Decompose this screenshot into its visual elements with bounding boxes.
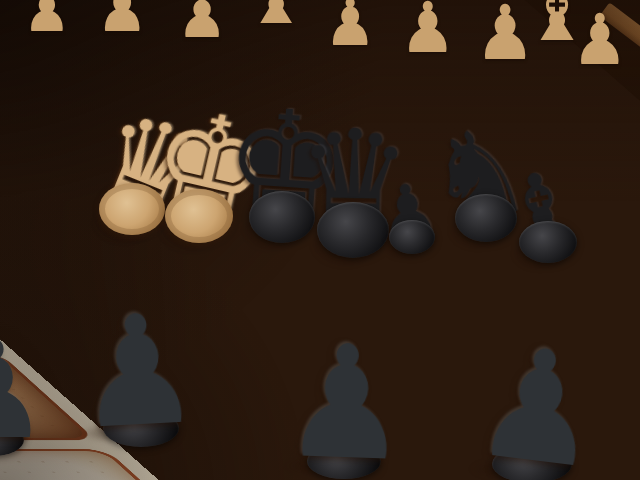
piece-shadow xyxy=(0,431,6,459)
white-pawn-piece: ♟ xyxy=(17,0,76,42)
white-pawn-piece: ♟ xyxy=(171,0,234,48)
black-pawn-piece: ♟ xyxy=(73,296,209,448)
white-pawn-piece: ♟ xyxy=(467,0,542,72)
black-king-piece: ♚ xyxy=(201,60,362,240)
piece-base xyxy=(519,221,577,263)
white-king-piece: ♚ xyxy=(122,66,276,238)
white-queen-piece: ♛ xyxy=(63,74,202,229)
piece-base xyxy=(165,189,233,243)
piece-base xyxy=(455,194,517,242)
black-pawn-piece: ♟ xyxy=(372,159,453,249)
piece-shadow xyxy=(67,419,163,447)
white-pawn-piece: ♟ xyxy=(565,0,635,76)
piece-base xyxy=(317,202,389,258)
piece-shadow xyxy=(231,202,317,260)
white-pawn-piece: ♟ xyxy=(393,0,463,64)
piece-shadow xyxy=(374,227,434,265)
piece-base xyxy=(249,191,315,243)
chess-photo-scene: ♟♟♟♝♟♟♟♝♟♛♚♚♛♟♞♝♟♟♟♟ xyxy=(0,0,640,480)
white-bishop-piece: ♝ xyxy=(518,0,597,54)
piece-base xyxy=(103,409,179,447)
black-pawn-piece: ♟ xyxy=(274,325,414,480)
black-bishop-piece: ♝ xyxy=(496,141,600,257)
piece-shadow xyxy=(502,231,578,277)
pieces-layer: ♟♟♟♝♟♟♟♝♟♛♚♚♛♟♞♝♟♟♟♟ xyxy=(0,0,640,480)
piece-shadow xyxy=(272,452,364,480)
white-bishop-piece: ♝ xyxy=(238,0,313,36)
piece-base xyxy=(99,183,165,235)
piece-shadow xyxy=(456,455,556,480)
piece-base xyxy=(0,424,24,456)
black-pawn-piece: ♟ xyxy=(463,330,601,480)
black-pawn-piece: ♟ xyxy=(0,323,55,458)
black-knight-piece: ♞ xyxy=(419,88,553,238)
piece-shadow xyxy=(147,201,235,261)
piece-base xyxy=(492,445,572,480)
white-pawn-piece: ♟ xyxy=(318,0,383,56)
piece-base xyxy=(307,443,381,479)
piece-shadow xyxy=(81,194,167,252)
black-queen-piece: ♛ xyxy=(277,82,429,252)
white-pawn-piece: ♟ xyxy=(90,0,155,42)
piece-shadow xyxy=(298,214,392,276)
piece-shadow xyxy=(438,205,518,257)
piece-base xyxy=(389,220,435,254)
